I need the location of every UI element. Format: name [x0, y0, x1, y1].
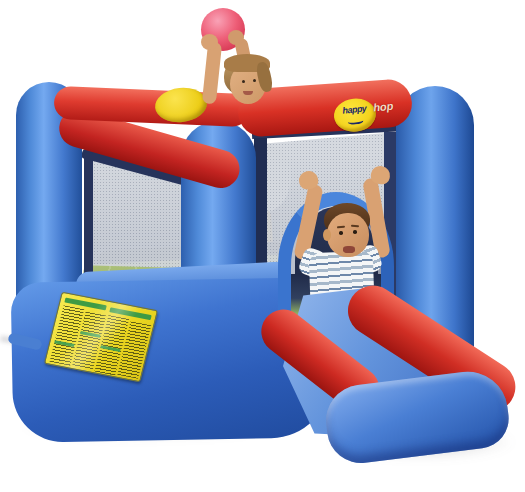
logo-text-hop: hop — [373, 100, 394, 114]
girl-eye — [242, 80, 245, 83]
brand-logo: happy hop — [332, 91, 408, 138]
boy-eye — [353, 230, 357, 234]
product-photo-bounce-house: happy hop — [0, 0, 525, 492]
boy-eye — [339, 231, 343, 235]
girl-hand — [201, 34, 218, 50]
mesh-trim — [84, 152, 93, 288]
boy-mouth — [343, 246, 355, 253]
boy-ear — [323, 229, 331, 241]
girl-hand — [228, 30, 244, 45]
girl-eye — [253, 79, 256, 82]
